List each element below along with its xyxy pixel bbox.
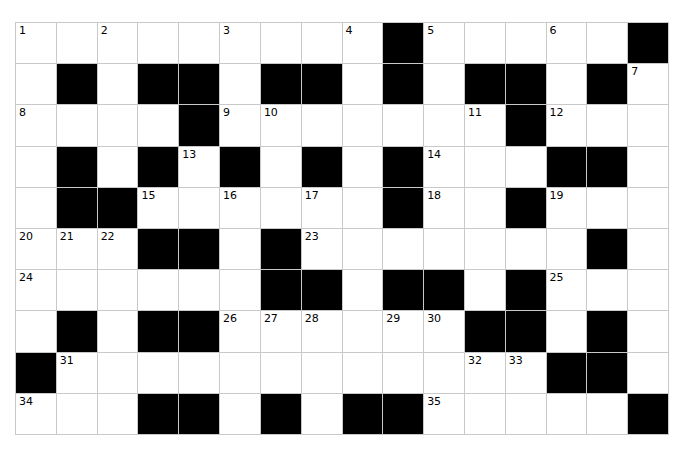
- cell-r4c3[interactable]: [98, 147, 138, 187]
- cell-r10c13[interactable]: [506, 394, 546, 434]
- black-cell-r7c10: [383, 270, 423, 310]
- cell-r1c11[interactable]: 5: [424, 23, 464, 63]
- cell-r4c1[interactable]: [16, 147, 56, 187]
- cell-r3c15[interactable]: [587, 105, 627, 145]
- cell-r6c1[interactable]: 20: [16, 229, 56, 269]
- cell-r8c8[interactable]: 28: [302, 311, 342, 351]
- cell-r4c9[interactable]: [343, 147, 383, 187]
- cell-r7c2[interactable]: [57, 270, 97, 310]
- cell-r9c11[interactable]: [424, 353, 464, 393]
- black-cell-r6c7: [261, 229, 301, 269]
- cell-r2c1[interactable]: [16, 64, 56, 104]
- black-cell-r5c2: [57, 188, 97, 228]
- cell-r7c14[interactable]: 25: [547, 270, 587, 310]
- cell-r5c12[interactable]: [465, 188, 505, 228]
- cell-r4c7[interactable]: [261, 147, 301, 187]
- cell-r6c16[interactable]: [628, 229, 668, 269]
- cell-r1c12[interactable]: [465, 23, 505, 63]
- black-cell-r9c1: [16, 353, 56, 393]
- cell-r4c13[interactable]: [506, 147, 546, 187]
- cell-r3c12[interactable]: 11: [465, 105, 505, 145]
- black-cell-r10c10: [383, 394, 423, 434]
- black-cell-r2c13: [506, 64, 546, 104]
- clue-number-10: 10: [264, 106, 278, 119]
- cell-r6c10[interactable]: [383, 229, 423, 269]
- clue-number-5: 5: [427, 24, 434, 37]
- black-cell-r7c7: [261, 270, 301, 310]
- cell-r2c14[interactable]: [547, 64, 587, 104]
- black-cell-r8c12: [465, 311, 505, 351]
- black-cell-r6c5: [179, 229, 219, 269]
- clue-number-24: 24: [19, 271, 33, 284]
- clue-number-25: 25: [550, 271, 564, 284]
- cell-r9c9[interactable]: [343, 353, 383, 393]
- clue-number-11: 11: [468, 106, 482, 119]
- cell-r5c16[interactable]: [628, 188, 668, 228]
- clue-number-21: 21: [60, 230, 74, 243]
- black-cell-r4c4: [138, 147, 178, 187]
- cell-r4c16[interactable]: [628, 147, 668, 187]
- cell-r1c5[interactable]: [179, 23, 219, 63]
- clue-number-1: 1: [19, 24, 26, 37]
- black-cell-r5c3: [98, 188, 138, 228]
- cell-r8c3[interactable]: [98, 311, 138, 351]
- black-cell-r10c9: [343, 394, 383, 434]
- cell-r5c8[interactable]: 17: [302, 188, 342, 228]
- black-cell-r5c10: [383, 188, 423, 228]
- cell-r8c16[interactable]: [628, 311, 668, 351]
- black-cell-r2c10: [383, 64, 423, 104]
- cell-r7c3[interactable]: [98, 270, 138, 310]
- cell-r6c14[interactable]: [547, 229, 587, 269]
- cell-r7c15[interactable]: [587, 270, 627, 310]
- clue-number-9: 9: [223, 106, 230, 119]
- black-cell-r8c5: [179, 311, 219, 351]
- cell-r6c3[interactable]: 22: [98, 229, 138, 269]
- cell-r7c12[interactable]: [465, 270, 505, 310]
- cell-r3c11[interactable]: [424, 105, 464, 145]
- cell-r6c2[interactable]: 21: [57, 229, 97, 269]
- cell-r8c7[interactable]: 27: [261, 311, 301, 351]
- cell-r7c16[interactable]: [628, 270, 668, 310]
- cell-r3c7[interactable]: 10: [261, 105, 301, 145]
- black-cell-r4c10: [383, 147, 423, 187]
- black-cell-r4c8: [302, 147, 342, 187]
- cell-r10c8[interactable]: [302, 394, 342, 434]
- clue-number-8: 8: [19, 106, 26, 119]
- cell-r3c10[interactable]: [383, 105, 423, 145]
- cell-r8c9[interactable]: [343, 311, 383, 351]
- cell-r7c4[interactable]: [138, 270, 178, 310]
- black-cell-r2c12: [465, 64, 505, 104]
- cell-r5c7[interactable]: [261, 188, 301, 228]
- cell-r7c1[interactable]: 24: [16, 270, 56, 310]
- cell-r3c4[interactable]: [138, 105, 178, 145]
- cell-r5c9[interactable]: [343, 188, 383, 228]
- black-cell-r5c13: [506, 188, 546, 228]
- cell-r1c1[interactable]: 1: [16, 23, 56, 63]
- cell-r9c3[interactable]: [98, 353, 138, 393]
- clue-number-33: 33: [509, 354, 523, 367]
- cell-r9c2[interactable]: 31: [57, 353, 97, 393]
- black-cell-r8c15: [587, 311, 627, 351]
- cell-r1c6[interactable]: 3: [220, 23, 260, 63]
- black-cell-r8c4: [138, 311, 178, 351]
- cell-r6c9[interactable]: [343, 229, 383, 269]
- black-cell-r9c14: [547, 353, 587, 393]
- cell-r7c9[interactable]: [343, 270, 383, 310]
- cell-r10c11[interactable]: 35: [424, 394, 464, 434]
- cell-r1c3[interactable]: 2: [98, 23, 138, 63]
- black-cell-r4c14: [547, 147, 587, 187]
- black-cell-r8c2: [57, 311, 97, 351]
- cell-r6c8[interactable]: 23: [302, 229, 342, 269]
- clue-number-23: 23: [305, 230, 319, 243]
- black-cell-r6c4: [138, 229, 178, 269]
- cell-r9c10[interactable]: [383, 353, 423, 393]
- cell-r2c3[interactable]: [98, 64, 138, 104]
- black-cell-r8c13: [506, 311, 546, 351]
- crossword-grid: 1234567891011121314151617181920212223242…: [15, 22, 669, 435]
- clue-number-18: 18: [427, 189, 441, 202]
- cell-r5c6[interactable]: 16: [220, 188, 260, 228]
- clue-number-12: 12: [550, 106, 564, 119]
- cell-r5c11[interactable]: 18: [424, 188, 464, 228]
- cell-r2c9[interactable]: [343, 64, 383, 104]
- black-cell-r3c13: [506, 105, 546, 145]
- clue-number-6: 6: [550, 24, 557, 37]
- clue-number-28: 28: [305, 312, 319, 325]
- cell-r10c12[interactable]: [465, 394, 505, 434]
- cell-r5c4[interactable]: 15: [138, 188, 178, 228]
- cell-r1c8[interactable]: [302, 23, 342, 63]
- clue-number-34: 34: [19, 395, 33, 408]
- black-cell-r3c5: [179, 105, 219, 145]
- cell-r1c15[interactable]: [587, 23, 627, 63]
- cell-r3c3[interactable]: [98, 105, 138, 145]
- black-cell-r10c16: [628, 394, 668, 434]
- cell-r4c11[interactable]: 14: [424, 147, 464, 187]
- clue-number-29: 29: [386, 312, 400, 325]
- cell-r3c6[interactable]: 9: [220, 105, 260, 145]
- cell-r10c2[interactable]: [57, 394, 97, 434]
- cell-r9c12[interactable]: 32: [465, 353, 505, 393]
- black-cell-r1c16: [628, 23, 668, 63]
- clue-number-17: 17: [305, 189, 319, 202]
- cell-r8c1[interactable]: [16, 311, 56, 351]
- cell-r10c15[interactable]: [587, 394, 627, 434]
- cell-r8c14[interactable]: [547, 311, 587, 351]
- clue-number-3: 3: [223, 24, 230, 37]
- cell-r2c6[interactable]: [220, 64, 260, 104]
- cell-r5c1[interactable]: [16, 188, 56, 228]
- black-cell-r2c7: [261, 64, 301, 104]
- cell-r1c14[interactable]: 6: [547, 23, 587, 63]
- cell-r8c10[interactable]: 29: [383, 311, 423, 351]
- black-cell-r2c2: [57, 64, 97, 104]
- cell-r8c11[interactable]: 30: [424, 311, 464, 351]
- black-cell-r2c4: [138, 64, 178, 104]
- cell-r6c12[interactable]: [465, 229, 505, 269]
- cell-r5c14[interactable]: 19: [547, 188, 587, 228]
- cell-r4c5[interactable]: 13: [179, 147, 219, 187]
- clue-number-4: 4: [346, 24, 353, 37]
- cell-r3c1[interactable]: 8: [16, 105, 56, 145]
- clue-number-15: 15: [141, 189, 155, 202]
- cell-r5c15[interactable]: [587, 188, 627, 228]
- black-cell-r4c2: [57, 147, 97, 187]
- cell-r1c7[interactable]: [261, 23, 301, 63]
- cell-r3c9[interactable]: [343, 105, 383, 145]
- cell-r1c4[interactable]: [138, 23, 178, 63]
- clue-number-2: 2: [101, 24, 108, 37]
- cell-r10c1[interactable]: 34: [16, 394, 56, 434]
- cell-r1c2[interactable]: [57, 23, 97, 63]
- clue-number-20: 20: [19, 230, 33, 243]
- cell-r9c7[interactable]: [261, 353, 301, 393]
- cell-r3c8[interactable]: [302, 105, 342, 145]
- black-cell-r10c7: [261, 394, 301, 434]
- cell-r9c13[interactable]: 33: [506, 353, 546, 393]
- cell-r8c6[interactable]: 26: [220, 311, 260, 351]
- cell-r9c16[interactable]: [628, 353, 668, 393]
- black-cell-r2c15: [587, 64, 627, 104]
- black-cell-r7c11: [424, 270, 464, 310]
- black-cell-r1c10: [383, 23, 423, 63]
- cell-r9c5[interactable]: [179, 353, 219, 393]
- cell-r2c11[interactable]: [424, 64, 464, 104]
- cell-r2c16[interactable]: 7: [628, 64, 668, 104]
- black-cell-r4c6: [220, 147, 260, 187]
- clue-number-30: 30: [427, 312, 441, 325]
- cell-r10c3[interactable]: [98, 394, 138, 434]
- cell-r9c8[interactable]: [302, 353, 342, 393]
- clue-number-35: 35: [427, 395, 441, 408]
- black-cell-r4c15: [587, 147, 627, 187]
- clue-number-19: 19: [550, 189, 564, 202]
- cell-r7c5[interactable]: [179, 270, 219, 310]
- cell-r6c11[interactable]: [424, 229, 464, 269]
- clue-number-13: 13: [182, 148, 196, 161]
- cell-r6c6[interactable]: [220, 229, 260, 269]
- cell-r1c13[interactable]: [506, 23, 546, 63]
- black-cell-r10c4: [138, 394, 178, 434]
- clue-number-7: 7: [631, 65, 638, 78]
- clue-number-16: 16: [223, 189, 237, 202]
- clue-number-14: 14: [427, 148, 441, 161]
- cell-r9c4[interactable]: [138, 353, 178, 393]
- black-cell-r6c15: [587, 229, 627, 269]
- clue-number-26: 26: [223, 312, 237, 325]
- cell-r3c16[interactable]: [628, 105, 668, 145]
- cell-r10c14[interactable]: [547, 394, 587, 434]
- crossword-page: 1234567891011121314151617181920212223242…: [0, 0, 689, 452]
- clue-number-27: 27: [264, 312, 278, 325]
- cell-r4c12[interactable]: [465, 147, 505, 187]
- cell-r9c6[interactable]: [220, 353, 260, 393]
- black-cell-r7c8: [302, 270, 342, 310]
- cell-r3c2[interactable]: [57, 105, 97, 145]
- cell-r6c13[interactable]: [506, 229, 546, 269]
- clue-number-31: 31: [60, 354, 74, 367]
- black-cell-r10c5: [179, 394, 219, 434]
- cell-r3c14[interactable]: 12: [547, 105, 587, 145]
- black-cell-r2c5: [179, 64, 219, 104]
- clue-number-32: 32: [468, 354, 482, 367]
- black-cell-r7c13: [506, 270, 546, 310]
- black-cell-r2c8: [302, 64, 342, 104]
- cell-r10c6[interactable]: [220, 394, 260, 434]
- cell-r1c9[interactable]: 4: [343, 23, 383, 63]
- cell-r7c6[interactable]: [220, 270, 260, 310]
- clue-number-22: 22: [101, 230, 115, 243]
- black-cell-r9c15: [587, 353, 627, 393]
- cell-r5c5[interactable]: [179, 188, 219, 228]
